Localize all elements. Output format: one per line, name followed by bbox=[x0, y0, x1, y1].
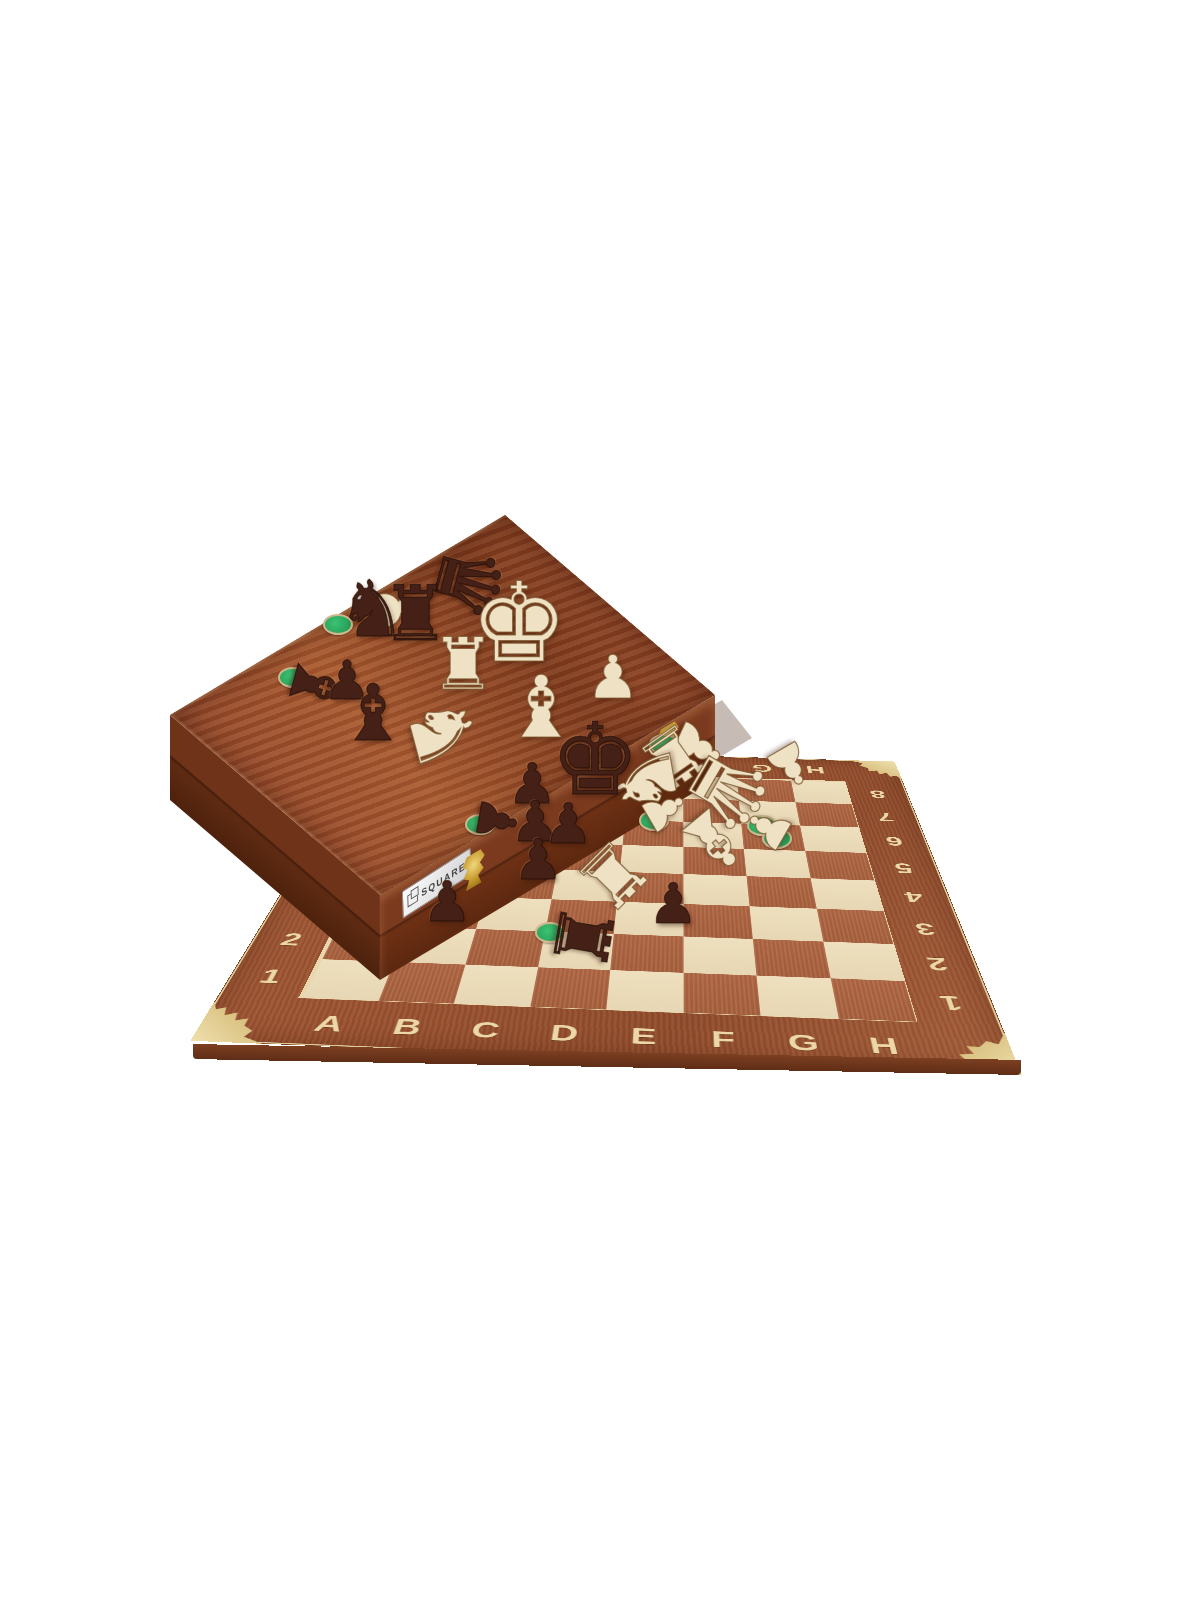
square-h6 bbox=[800, 825, 866, 852]
light-pawn-standing: ♟ bbox=[583, 647, 643, 707]
coordinate-label: B bbox=[359, 1003, 453, 1051]
coordinate-label: 7 bbox=[852, 804, 920, 829]
square-f1 bbox=[683, 973, 760, 1016]
coordinate-label: 5 bbox=[867, 853, 942, 883]
dark-pawn-standing: ♟ bbox=[510, 832, 566, 888]
square-c1 bbox=[454, 964, 538, 1006]
brass-corner-icon bbox=[190, 1001, 283, 1043]
square-h3 bbox=[816, 908, 893, 944]
square-g4 bbox=[747, 876, 817, 908]
coordinate-label: 8 bbox=[846, 782, 911, 805]
dark-pawn-standing: ♟ bbox=[419, 874, 475, 930]
square-g2 bbox=[753, 939, 830, 978]
square-h1 bbox=[830, 978, 916, 1022]
square-h4 bbox=[810, 878, 883, 910]
product-photo-scene: ABCDEFGH ABCDEFGH 12345678 12345678 SQUA… bbox=[0, 0, 1200, 1600]
square-f2 bbox=[683, 936, 756, 975]
coordinate-label: 4 bbox=[875, 881, 954, 914]
coordinate-label: 6 bbox=[859, 827, 930, 855]
square-h2 bbox=[823, 942, 904, 981]
coordinate-label: C bbox=[440, 1006, 530, 1055]
square-h5 bbox=[805, 851, 875, 881]
coordinate-label: 3 bbox=[884, 911, 967, 947]
dark-pawn-standing: ♟ bbox=[645, 876, 701, 932]
brass-corner-icon bbox=[847, 760, 902, 779]
square-g3 bbox=[750, 906, 823, 941]
square-g1 bbox=[756, 975, 838, 1018]
dark-rook-lying: ♜ bbox=[540, 894, 626, 980]
coordinate-label: 1 bbox=[905, 981, 998, 1025]
square-logo-icon bbox=[407, 889, 418, 907]
coordinate-label: 2 bbox=[894, 944, 982, 984]
square-c2 bbox=[466, 929, 545, 967]
